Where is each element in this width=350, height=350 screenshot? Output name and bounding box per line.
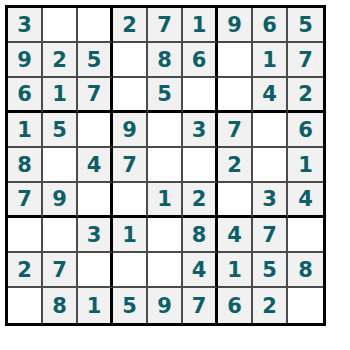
sudoku-cell: 7 (113, 148, 148, 183)
sudoku-cell: 6 (253, 8, 288, 43)
sudoku-cell: 7 (183, 288, 218, 323)
sudoku-cell: 1 (43, 78, 78, 113)
sudoku-cell: 8 (8, 148, 43, 183)
sudoku-cell[interactable] (78, 183, 113, 218)
sudoku-cell: 7 (218, 113, 253, 148)
sudoku-cell: 8 (148, 43, 183, 78)
sudoku-cell[interactable] (148, 218, 183, 253)
sudoku-cell: 6 (183, 43, 218, 78)
sudoku-cell: 5 (78, 43, 113, 78)
sudoku-cell: 9 (8, 43, 43, 78)
sudoku-cell[interactable] (43, 148, 78, 183)
sudoku-cell: 2 (8, 253, 43, 288)
sudoku-cell: 7 (253, 218, 288, 253)
sudoku-cell: 1 (218, 253, 253, 288)
sudoku-cell: 6 (8, 78, 43, 113)
sudoku-cell[interactable] (113, 43, 148, 78)
sudoku-cell: 8 (183, 218, 218, 253)
sudoku-cell[interactable] (78, 113, 113, 148)
sudoku-cell[interactable] (183, 78, 218, 113)
sudoku-cell: 2 (113, 8, 148, 43)
sudoku-cell: 2 (288, 78, 323, 113)
sudoku-cell: 3 (78, 218, 113, 253)
sudoku-cell: 8 (43, 288, 78, 323)
sudoku-cell: 4 (78, 148, 113, 183)
sudoku-cell: 2 (253, 288, 288, 323)
sudoku-cell: 3 (8, 8, 43, 43)
sudoku-cell[interactable] (43, 8, 78, 43)
sudoku-cell[interactable] (288, 288, 323, 323)
sudoku-cell: 5 (43, 113, 78, 148)
sudoku-cell[interactable] (148, 113, 183, 148)
sudoku-cell: 1 (253, 43, 288, 78)
sudoku-cell: 7 (148, 8, 183, 43)
sudoku-cell: 1 (8, 113, 43, 148)
sudoku-cell: 9 (43, 183, 78, 218)
sudoku-cell[interactable] (218, 43, 253, 78)
sudoku-cell: 1 (113, 218, 148, 253)
sudoku-cell: 8 (288, 253, 323, 288)
sudoku-cell: 1 (78, 288, 113, 323)
sudoku-cell[interactable] (8, 288, 43, 323)
sudoku-cell: 9 (148, 288, 183, 323)
sudoku-cell[interactable] (183, 148, 218, 183)
sudoku-cell: 4 (253, 78, 288, 113)
sudoku-cell: 6 (218, 288, 253, 323)
sudoku-cell: 7 (288, 43, 323, 78)
sudoku-cell: 7 (78, 78, 113, 113)
sudoku-cell: 7 (43, 253, 78, 288)
sudoku-cell[interactable] (78, 253, 113, 288)
sudoku-cell: 5 (148, 78, 183, 113)
sudoku-cell: 4 (288, 183, 323, 218)
sudoku-cell[interactable] (253, 148, 288, 183)
sudoku-cell: 5 (253, 253, 288, 288)
sudoku-cell[interactable] (253, 113, 288, 148)
sudoku-cell[interactable] (113, 253, 148, 288)
sudoku-cell: 9 (113, 113, 148, 148)
sudoku-cell[interactable] (218, 183, 253, 218)
sudoku-cell[interactable] (288, 218, 323, 253)
sudoku-cell: 9 (218, 8, 253, 43)
sudoku-cell[interactable] (43, 218, 78, 253)
sudoku-cell: 7 (8, 183, 43, 218)
sudoku-cell: 4 (218, 218, 253, 253)
sudoku-cell: 2 (218, 148, 253, 183)
sudoku-cell: 1 (288, 148, 323, 183)
sudoku-cell: 2 (183, 183, 218, 218)
sudoku-cell[interactable] (78, 8, 113, 43)
sudoku-board: 3271965925861761754215937684721791234318… (5, 5, 326, 326)
sudoku-cell: 3 (253, 183, 288, 218)
sudoku-cell: 3 (183, 113, 218, 148)
sudoku-board-container: 3271965925861761754215937684721791234318… (0, 0, 350, 331)
sudoku-cell[interactable] (8, 218, 43, 253)
sudoku-cell: 6 (288, 113, 323, 148)
sudoku-cell: 5 (113, 288, 148, 323)
sudoku-cell[interactable] (218, 78, 253, 113)
sudoku-cell[interactable] (113, 183, 148, 218)
sudoku-cell: 2 (43, 43, 78, 78)
sudoku-cell: 5 (288, 8, 323, 43)
sudoku-cell[interactable] (148, 148, 183, 183)
sudoku-cell: 1 (148, 183, 183, 218)
sudoku-cell[interactable] (113, 78, 148, 113)
sudoku-cell: 4 (183, 253, 218, 288)
sudoku-cell: 1 (183, 8, 218, 43)
sudoku-cell[interactable] (148, 253, 183, 288)
